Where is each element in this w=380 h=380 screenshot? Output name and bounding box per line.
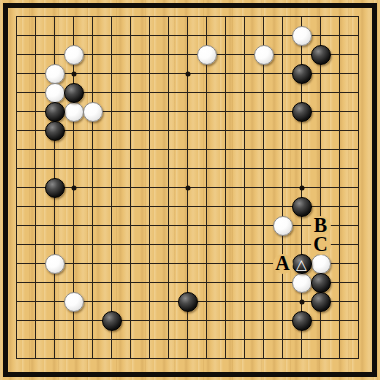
move-label-a[interactable]: A (273, 254, 293, 274)
black-stone-marked: △ (292, 254, 312, 274)
star-point (299, 299, 304, 304)
white-stone (197, 45, 217, 65)
grid-vline (339, 16, 341, 360)
star-point (185, 71, 190, 76)
white-stone (45, 64, 65, 84)
white-stone (273, 216, 293, 236)
black-stone (292, 311, 312, 331)
star-point (185, 185, 190, 190)
black-stone (311, 45, 331, 65)
black-stone (45, 102, 65, 122)
move-label-c[interactable]: C (311, 235, 331, 255)
white-stone (64, 292, 84, 312)
white-stone (292, 26, 312, 46)
grid-vline (206, 16, 208, 360)
black-stone (292, 64, 312, 84)
white-stone (64, 102, 84, 122)
star-point (299, 185, 304, 190)
grid-vline (225, 16, 227, 360)
white-stone (83, 102, 103, 122)
black-stone (45, 178, 65, 198)
white-stone (292, 273, 312, 293)
black-stone (178, 292, 198, 312)
black-stone (292, 102, 312, 122)
go-diagram: △ABC (0, 0, 380, 380)
triangle-mark-icon: △ (296, 256, 307, 270)
black-stone (64, 83, 84, 103)
star-point (71, 71, 76, 76)
star-point (71, 185, 76, 190)
grid-vline (358, 16, 360, 360)
white-stone (64, 45, 84, 65)
grid-hline (16, 244, 360, 246)
grid-hline (16, 339, 360, 341)
black-stone (102, 311, 122, 331)
white-stone (45, 254, 65, 274)
white-stone (254, 45, 274, 65)
black-stone (45, 121, 65, 141)
grid-vline (263, 16, 265, 360)
grid-hline (16, 225, 360, 227)
grid-vline (244, 16, 246, 360)
grid-hline (16, 358, 360, 360)
black-stone (292, 197, 312, 217)
black-stone (311, 292, 331, 312)
black-stone (311, 273, 331, 293)
white-stone (311, 254, 331, 274)
go-board-grid[interactable]: △ABC (0, 0, 380, 380)
grid-vline (282, 16, 284, 360)
white-stone (45, 83, 65, 103)
